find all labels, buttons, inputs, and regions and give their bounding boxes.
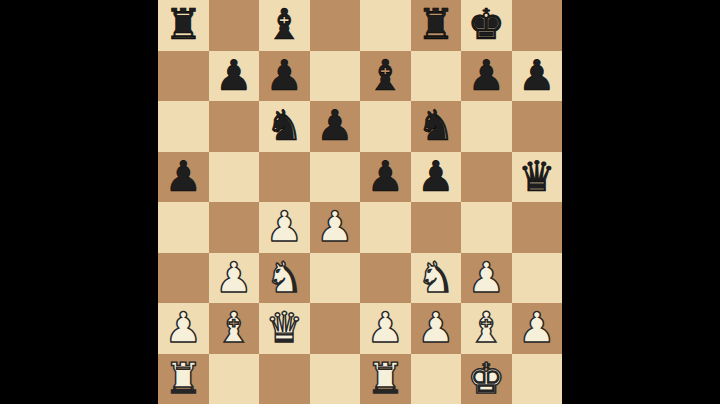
square-e7[interactable]: ♝ xyxy=(360,51,411,102)
white-bishop-g2[interactable]: ♝ xyxy=(461,303,512,354)
white-king-g1[interactable]: ♚ xyxy=(461,354,512,404)
square-e6[interactable] xyxy=(360,101,411,152)
square-e5[interactable]: ♟ xyxy=(360,152,411,203)
square-f4[interactable] xyxy=(411,202,462,253)
square-f8[interactable]: ♜ xyxy=(411,0,462,51)
square-b2[interactable]: ♝ xyxy=(209,303,260,354)
white-knight-c3[interactable]: ♞ xyxy=(259,253,310,304)
square-d5[interactable] xyxy=(310,152,361,203)
square-c3[interactable]: ♞ xyxy=(259,253,310,304)
square-f2[interactable]: ♟ xyxy=(411,303,462,354)
white-pawn-h2[interactable]: ♟ xyxy=(512,303,563,354)
square-h1[interactable] xyxy=(512,354,563,404)
square-d1[interactable] xyxy=(310,354,361,404)
square-a1[interactable]: ♜ xyxy=(158,354,209,404)
square-a6[interactable] xyxy=(158,101,209,152)
white-bishop-b2[interactable]: ♝ xyxy=(209,303,260,354)
white-pawn-e2[interactable]: ♟ xyxy=(360,303,411,354)
square-e3[interactable] xyxy=(360,253,411,304)
square-f6[interactable]: ♞ xyxy=(411,101,462,152)
square-a8[interactable]: ♜ xyxy=(158,0,209,51)
square-c6[interactable]: ♞ xyxy=(259,101,310,152)
square-b7[interactable]: ♟ xyxy=(209,51,260,102)
letterbox-right xyxy=(562,0,720,404)
square-g5[interactable] xyxy=(461,152,512,203)
square-a7[interactable] xyxy=(158,51,209,102)
square-d7[interactable] xyxy=(310,51,361,102)
white-rook-e1[interactable]: ♜ xyxy=(360,354,411,404)
white-pawn-d4[interactable]: ♟ xyxy=(310,202,361,253)
black-pawn-b7[interactable]: ♟ xyxy=(209,51,260,102)
square-a5[interactable]: ♟ xyxy=(158,152,209,203)
square-e1[interactable]: ♜ xyxy=(360,354,411,404)
letterbox-left xyxy=(0,0,158,404)
square-f5[interactable]: ♟ xyxy=(411,152,462,203)
black-pawn-f5[interactable]: ♟ xyxy=(411,152,462,203)
white-rook-a1[interactable]: ♜ xyxy=(158,354,209,404)
square-d2[interactable] xyxy=(310,303,361,354)
square-g6[interactable] xyxy=(461,101,512,152)
square-b8[interactable] xyxy=(209,0,260,51)
square-g3[interactable]: ♟ xyxy=(461,253,512,304)
square-g4[interactable] xyxy=(461,202,512,253)
square-g7[interactable]: ♟ xyxy=(461,51,512,102)
video-frame: ♜♝♜♚♟♟♝♟♟♞♟♞♟♟♟♛♟♟♟♞♞♟♟♝♛♟♟♝♟♜♜♚ xyxy=(0,0,720,404)
square-a2[interactable]: ♟ xyxy=(158,303,209,354)
square-e8[interactable] xyxy=(360,0,411,51)
square-g2[interactable]: ♝ xyxy=(461,303,512,354)
square-f1[interactable] xyxy=(411,354,462,404)
black-knight-f6[interactable]: ♞ xyxy=(411,101,462,152)
black-pawn-d6[interactable]: ♟ xyxy=(310,101,361,152)
black-pawn-e5[interactable]: ♟ xyxy=(360,152,411,203)
square-c1[interactable] xyxy=(259,354,310,404)
white-pawn-a2[interactable]: ♟ xyxy=(158,303,209,354)
white-queen-c2[interactable]: ♛ xyxy=(259,303,310,354)
square-d6[interactable]: ♟ xyxy=(310,101,361,152)
white-pawn-g3[interactable]: ♟ xyxy=(461,253,512,304)
square-f3[interactable]: ♞ xyxy=(411,253,462,304)
square-c8[interactable]: ♝ xyxy=(259,0,310,51)
square-g8[interactable]: ♚ xyxy=(461,0,512,51)
black-rook-a8[interactable]: ♜ xyxy=(158,0,209,51)
square-d3[interactable] xyxy=(310,253,361,304)
black-king-g8[interactable]: ♚ xyxy=(461,0,512,51)
square-a4[interactable] xyxy=(158,202,209,253)
black-queen-h5[interactable]: ♛ xyxy=(512,152,563,203)
square-e4[interactable] xyxy=(360,202,411,253)
square-h7[interactable]: ♟ xyxy=(512,51,563,102)
square-c7[interactable]: ♟ xyxy=(259,51,310,102)
square-b1[interactable] xyxy=(209,354,260,404)
square-c5[interactable] xyxy=(259,152,310,203)
white-pawn-f2[interactable]: ♟ xyxy=(411,303,462,354)
square-h2[interactable]: ♟ xyxy=(512,303,563,354)
square-b4[interactable] xyxy=(209,202,260,253)
white-pawn-b3[interactable]: ♟ xyxy=(209,253,260,304)
black-pawn-c7[interactable]: ♟ xyxy=(259,51,310,102)
square-d4[interactable]: ♟ xyxy=(310,202,361,253)
square-h8[interactable] xyxy=(512,0,563,51)
black-knight-c6[interactable]: ♞ xyxy=(259,101,310,152)
square-h4[interactable] xyxy=(512,202,563,253)
square-d8[interactable] xyxy=(310,0,361,51)
square-h3[interactable] xyxy=(512,253,563,304)
black-pawn-a5[interactable]: ♟ xyxy=(158,152,209,203)
square-f7[interactable] xyxy=(411,51,462,102)
white-knight-f3[interactable]: ♞ xyxy=(411,253,462,304)
white-pawn-c4[interactable]: ♟ xyxy=(259,202,310,253)
black-bishop-c8[interactable]: ♝ xyxy=(259,0,310,51)
square-b6[interactable] xyxy=(209,101,260,152)
square-g1[interactable]: ♚ xyxy=(461,354,512,404)
black-rook-f8[interactable]: ♜ xyxy=(411,0,462,51)
chess-board: ♜♝♜♚♟♟♝♟♟♞♟♞♟♟♟♛♟♟♟♞♞♟♟♝♛♟♟♝♟♜♜♚ xyxy=(158,0,562,404)
square-h5[interactable]: ♛ xyxy=(512,152,563,203)
square-b5[interactable] xyxy=(209,152,260,203)
black-pawn-g7[interactable]: ♟ xyxy=(461,51,512,102)
black-pawn-h7[interactable]: ♟ xyxy=(512,51,563,102)
square-c2[interactable]: ♛ xyxy=(259,303,310,354)
square-c4[interactable]: ♟ xyxy=(259,202,310,253)
black-bishop-e7[interactable]: ♝ xyxy=(360,51,411,102)
square-h6[interactable] xyxy=(512,101,563,152)
square-a3[interactable] xyxy=(158,253,209,304)
square-b3[interactable]: ♟ xyxy=(209,253,260,304)
square-e2[interactable]: ♟ xyxy=(360,303,411,354)
